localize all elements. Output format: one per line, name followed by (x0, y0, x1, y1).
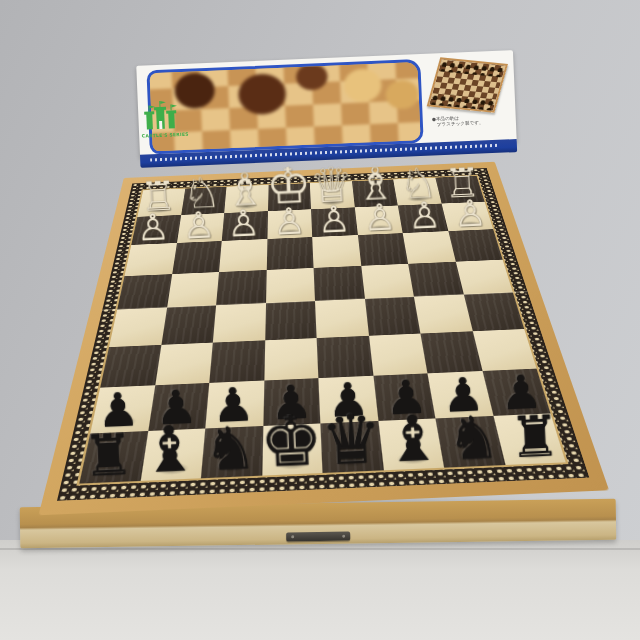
square (209, 340, 264, 383)
square (155, 342, 213, 385)
square (420, 331, 482, 373)
square (201, 425, 263, 478)
square (393, 178, 441, 206)
square (140, 428, 205, 481)
square (463, 292, 524, 331)
square (317, 335, 373, 378)
square (312, 235, 361, 268)
square (268, 183, 311, 211)
square (357, 233, 408, 265)
square (310, 181, 355, 209)
square (318, 376, 377, 423)
square (378, 418, 444, 470)
square (266, 268, 315, 304)
square (148, 383, 209, 431)
square (472, 329, 536, 371)
square (262, 423, 323, 476)
square (373, 373, 435, 420)
square (131, 215, 181, 245)
square (264, 338, 319, 381)
square (368, 333, 427, 376)
square (455, 259, 513, 294)
square (435, 176, 485, 203)
square (90, 385, 154, 433)
square (222, 211, 268, 241)
board-scene: ♖♘♗♔♕♗♘♖♙♙♙♙♙♙♙♙♟♟♟♟♟♟♟♟♜♝♞♚♛♝♞♜ (0, 0, 640, 640)
square (167, 272, 219, 308)
square (224, 185, 268, 213)
square (354, 205, 402, 235)
square (361, 263, 414, 298)
square (314, 266, 365, 301)
square (267, 209, 312, 239)
square (117, 274, 172, 310)
square (161, 305, 216, 344)
square (137, 189, 184, 217)
chessboard: ♖♘♗♔♕♗♘♖♙♙♙♙♙♙♙♙♟♟♟♟♟♟♟♟♜♝♞♚♛♝♞♜ (38, 162, 609, 515)
square (414, 295, 472, 334)
square (311, 207, 357, 237)
square (216, 270, 266, 306)
square (320, 420, 383, 473)
square (205, 381, 264, 428)
square (398, 203, 448, 233)
square (482, 369, 550, 416)
square (441, 201, 493, 231)
square (181, 187, 227, 215)
square (408, 261, 463, 296)
square (263, 378, 321, 425)
square (315, 299, 368, 338)
square (79, 431, 148, 484)
square (403, 231, 456, 263)
square (493, 413, 566, 465)
